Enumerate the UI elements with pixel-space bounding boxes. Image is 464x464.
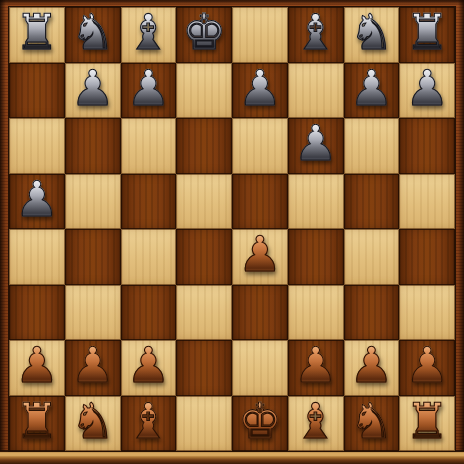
square-h5[interactable]: [399, 174, 455, 230]
black-bishop[interactable]: ♝: [294, 8, 338, 57]
square-g2[interactable]: ♟: [344, 340, 400, 396]
square-e7[interactable]: ♟: [232, 63, 288, 119]
square-d3[interactable]: [176, 285, 232, 341]
square-d2[interactable]: [176, 340, 232, 396]
square-g5[interactable]: [344, 174, 400, 230]
black-rook[interactable]: ♜: [405, 8, 449, 57]
square-h7[interactable]: ♟: [399, 63, 455, 119]
square-b6[interactable]: [65, 118, 121, 174]
white-pawn[interactable]: ♟: [71, 341, 115, 390]
white-knight[interactable]: ♞: [71, 397, 115, 446]
chess-board: ♜♞♝♚♝♞♜♟♟♟♟♟♟♟♟♟♟♟♟♟♟♜♞♝♚♝♞♜: [9, 7, 455, 451]
white-bishop[interactable]: ♝: [294, 397, 338, 446]
square-g7[interactable]: ♟: [344, 63, 400, 119]
square-f4[interactable]: [288, 229, 344, 285]
board-frame-bottom-edge: [0, 451, 464, 464]
black-rook[interactable]: ♜: [15, 8, 59, 57]
square-g8[interactable]: ♞: [344, 7, 400, 63]
square-c1[interactable]: ♝: [121, 396, 177, 452]
square-b8[interactable]: ♞: [65, 7, 121, 63]
black-pawn[interactable]: ♟: [15, 175, 59, 224]
square-e3[interactable]: [232, 285, 288, 341]
square-f8[interactable]: ♝: [288, 7, 344, 63]
square-e1[interactable]: ♚: [232, 396, 288, 452]
square-b2[interactable]: ♟: [65, 340, 121, 396]
white-pawn[interactable]: ♟: [294, 341, 338, 390]
square-d7[interactable]: [176, 63, 232, 119]
white-pawn[interactable]: ♟: [238, 230, 282, 279]
square-h4[interactable]: [399, 229, 455, 285]
square-c6[interactable]: [121, 118, 177, 174]
square-c3[interactable]: [121, 285, 177, 341]
square-h2[interactable]: ♟: [399, 340, 455, 396]
black-pawn[interactable]: ♟: [405, 64, 449, 113]
black-pawn[interactable]: ♟: [71, 64, 115, 113]
square-c4[interactable]: [121, 229, 177, 285]
square-g6[interactable]: [344, 118, 400, 174]
square-c8[interactable]: ♝: [121, 7, 177, 63]
square-e5[interactable]: [232, 174, 288, 230]
square-a7[interactable]: [9, 63, 65, 119]
square-h8[interactable]: ♜: [399, 7, 455, 63]
square-d4[interactable]: [176, 229, 232, 285]
square-h3[interactable]: [399, 285, 455, 341]
white-pawn[interactable]: ♟: [405, 341, 449, 390]
black-pawn[interactable]: ♟: [294, 119, 338, 168]
square-b4[interactable]: [65, 229, 121, 285]
square-b1[interactable]: ♞: [65, 396, 121, 452]
square-h1[interactable]: ♜: [399, 396, 455, 452]
white-king[interactable]: ♚: [238, 397, 282, 446]
square-d5[interactable]: [176, 174, 232, 230]
white-pawn[interactable]: ♟: [349, 341, 393, 390]
square-a6[interactable]: [9, 118, 65, 174]
white-rook[interactable]: ♜: [405, 397, 449, 446]
black-knight[interactable]: ♞: [349, 8, 393, 57]
square-a1[interactable]: ♜: [9, 396, 65, 452]
square-d1[interactable]: [176, 396, 232, 452]
square-e4[interactable]: ♟: [232, 229, 288, 285]
square-b5[interactable]: [65, 174, 121, 230]
black-knight[interactable]: ♞: [71, 8, 115, 57]
square-f5[interactable]: [288, 174, 344, 230]
square-g1[interactable]: ♞: [344, 396, 400, 452]
white-knight[interactable]: ♞: [349, 397, 393, 446]
square-f6[interactable]: ♟: [288, 118, 344, 174]
square-c2[interactable]: ♟: [121, 340, 177, 396]
square-e6[interactable]: [232, 118, 288, 174]
square-f2[interactable]: ♟: [288, 340, 344, 396]
black-pawn[interactable]: ♟: [126, 64, 170, 113]
white-pawn[interactable]: ♟: [126, 341, 170, 390]
black-pawn[interactable]: ♟: [238, 64, 282, 113]
square-a8[interactable]: ♜: [9, 7, 65, 63]
square-a5[interactable]: ♟: [9, 174, 65, 230]
chess-app-window: ♜♞♝♚♝♞♜♟♟♟♟♟♟♟♟♟♟♟♟♟♟♜♞♝♚♝♞♜: [0, 0, 464, 464]
white-rook[interactable]: ♜: [15, 397, 59, 446]
white-bishop[interactable]: ♝: [126, 397, 170, 446]
square-f7[interactable]: [288, 63, 344, 119]
square-e2[interactable]: [232, 340, 288, 396]
white-pawn[interactable]: ♟: [15, 341, 59, 390]
black-king[interactable]: ♚: [182, 8, 226, 57]
square-d8[interactable]: ♚: [176, 7, 232, 63]
square-c7[interactable]: ♟: [121, 63, 177, 119]
square-a3[interactable]: [9, 285, 65, 341]
square-b3[interactable]: [65, 285, 121, 341]
black-bishop[interactable]: ♝: [126, 8, 170, 57]
square-g3[interactable]: [344, 285, 400, 341]
square-a2[interactable]: ♟: [9, 340, 65, 396]
square-e8[interactable]: [232, 7, 288, 63]
square-d6[interactable]: [176, 118, 232, 174]
black-pawn[interactable]: ♟: [349, 64, 393, 113]
square-f3[interactable]: [288, 285, 344, 341]
square-f1[interactable]: ♝: [288, 396, 344, 452]
square-g4[interactable]: [344, 229, 400, 285]
square-b7[interactable]: ♟: [65, 63, 121, 119]
square-a4[interactable]: [9, 229, 65, 285]
square-c5[interactable]: [121, 174, 177, 230]
square-h6[interactable]: [399, 118, 455, 174]
